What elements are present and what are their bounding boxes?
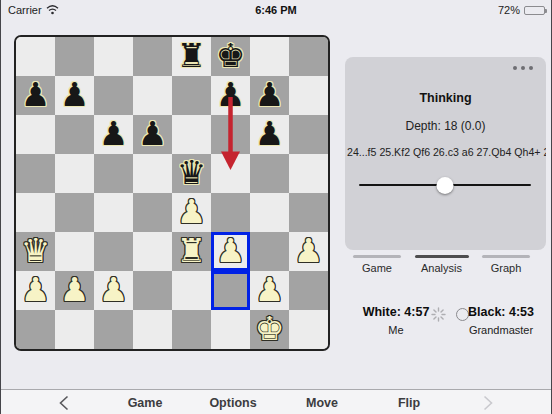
piece-black-rook: ♜	[177, 39, 207, 72]
square-d3[interactable]	[133, 232, 172, 271]
square-d7[interactable]	[133, 76, 172, 115]
square-b1[interactable]	[55, 310, 94, 349]
square-d8[interactable]	[133, 37, 172, 76]
panel-tabs: Game Analysis Graph	[353, 255, 530, 274]
piece-white-pawn: ♟	[21, 273, 51, 306]
piece-black-queen: ♛	[177, 156, 207, 189]
square-c3[interactable]	[94, 232, 133, 271]
tab-graph-indicator	[482, 255, 530, 258]
engine-status-title: Thinking	[345, 91, 546, 105]
toolbar-options-button[interactable]: Options	[209, 390, 256, 414]
back-button[interactable]	[57, 393, 71, 412]
chess-board-frame: ♜♚♟♟♟♟♟♟♟♛♟♛♜♟♟♟♟♟♟♚	[14, 35, 330, 351]
battery-icon	[524, 6, 545, 15]
square-e4[interactable]: ♟	[172, 193, 211, 232]
square-h5[interactable]	[289, 154, 328, 193]
piece-white-pawn: ♟	[216, 234, 246, 267]
piece-black-king: ♚	[216, 39, 246, 72]
square-d1[interactable]	[133, 310, 172, 349]
piece-black-pawn: ♟	[255, 78, 285, 111]
square-a6[interactable]	[16, 115, 55, 154]
square-d2[interactable]	[133, 271, 172, 310]
square-f6[interactable]	[211, 115, 250, 154]
slider-thumb[interactable]	[437, 177, 454, 194]
wifi-icon	[46, 5, 59, 15]
square-a1[interactable]	[16, 310, 55, 349]
square-h4[interactable]	[289, 193, 328, 232]
square-b3[interactable]	[55, 232, 94, 271]
piece-white-pawn: ♟	[294, 234, 324, 267]
square-a2[interactable]: ♟	[16, 271, 55, 310]
square-g1[interactable]: ♚	[250, 310, 289, 349]
carrier-label: Carrier	[8, 4, 42, 16]
square-g7[interactable]: ♟	[250, 76, 289, 115]
square-h1[interactable]	[289, 310, 328, 349]
forward-button[interactable]	[481, 393, 495, 412]
square-h2[interactable]	[289, 271, 328, 310]
tab-game[interactable]: Game	[353, 255, 401, 274]
clocks-row: White: 4:57 Me Black: 4:53 Grandmaster	[345, 305, 546, 345]
tab-graph-label: Graph	[491, 262, 522, 274]
analysis-slider[interactable]	[359, 169, 531, 201]
square-b4[interactable]	[55, 193, 94, 232]
square-e5[interactable]: ♛	[172, 154, 211, 193]
square-b5[interactable]	[55, 154, 94, 193]
square-h3[interactable]: ♟	[289, 232, 328, 271]
piece-white-pawn: ♟	[255, 273, 285, 306]
square-e1[interactable]	[172, 310, 211, 349]
piece-black-pawn: ♟	[138, 117, 168, 150]
toolbar-game-button[interactable]: Game	[128, 390, 163, 414]
toolbar-move-button[interactable]: Move	[306, 390, 338, 414]
square-f7[interactable]: ♟	[211, 76, 250, 115]
square-d5[interactable]	[133, 154, 172, 193]
square-f4[interactable]	[211, 193, 250, 232]
tab-analysis-indicator	[415, 255, 469, 258]
piece-white-rook: ♜	[177, 234, 207, 267]
square-d4[interactable]	[133, 193, 172, 232]
square-c2[interactable]: ♟	[94, 271, 133, 310]
square-c1[interactable]	[94, 310, 133, 349]
square-c4[interactable]	[94, 193, 133, 232]
square-c8[interactable]	[94, 37, 133, 76]
piece-white-pawn: ♟	[99, 273, 129, 306]
tab-game-indicator	[353, 255, 401, 258]
piece-white-pawn: ♟	[60, 273, 90, 306]
piece-white-queen: ♛	[21, 234, 51, 267]
piece-black-pawn: ♟	[216, 78, 246, 111]
square-e2[interactable]	[172, 271, 211, 310]
tab-analysis[interactable]: Analysis	[415, 255, 469, 274]
square-b7[interactable]: ♟	[55, 76, 94, 115]
black-clock-block: Black: 4:53 Grandmaster	[451, 305, 551, 336]
tab-analysis-label: Analysis	[421, 262, 462, 274]
piece-black-pawn: ♟	[99, 117, 129, 150]
square-a3[interactable]: ♛	[16, 232, 55, 271]
square-g2[interactable]: ♟	[250, 271, 289, 310]
chevron-right-icon	[483, 395, 493, 411]
square-g4[interactable]	[250, 193, 289, 232]
square-e8[interactable]: ♜	[172, 37, 211, 76]
engine-depth-label: Depth: 18 (0.0)	[345, 119, 546, 133]
square-e3[interactable]: ♜	[172, 232, 211, 271]
tab-game-label: Game	[362, 262, 392, 274]
analysis-panel: Thinking Depth: 18 (0.0) 24...f5 25.Kf2 …	[345, 57, 546, 250]
square-f8[interactable]: ♚	[211, 37, 250, 76]
square-d6[interactable]: ♟	[133, 115, 172, 154]
square-a4[interactable]	[16, 193, 55, 232]
square-h6[interactable]	[289, 115, 328, 154]
piece-black-pawn: ♟	[21, 78, 51, 111]
thinking-spinner-icon	[431, 307, 446, 322]
battery-percent-label: 72%	[498, 4, 520, 16]
bottom-toolbar: Game Options Move Flip	[0, 389, 552, 414]
square-a8[interactable]	[16, 37, 55, 76]
square-f2[interactable]	[211, 271, 250, 310]
piece-black-pawn: ♟	[60, 78, 90, 111]
square-f5[interactable]	[211, 154, 250, 193]
piece-white-pawn: ♟	[177, 195, 207, 228]
screen-edge-left	[0, 0, 1, 414]
black-clock: Black: 4:53	[451, 305, 551, 319]
white-player-name: Me	[345, 324, 447, 336]
square-g6[interactable]: ♟	[250, 115, 289, 154]
square-f3[interactable]: ♟	[211, 232, 250, 271]
square-e6[interactable]	[172, 115, 211, 154]
square-g3[interactable]	[250, 232, 289, 271]
piece-black-pawn: ♟	[255, 117, 285, 150]
square-b8[interactable]	[55, 37, 94, 76]
square-g5[interactable]	[250, 154, 289, 193]
square-b6[interactable]	[55, 115, 94, 154]
square-g8[interactable]	[250, 37, 289, 76]
square-h7[interactable]	[289, 76, 328, 115]
square-c7[interactable]	[94, 76, 133, 115]
square-c5[interactable]	[94, 154, 133, 193]
square-f1[interactable]	[211, 310, 250, 349]
panel-menu-dots-icon[interactable]	[513, 66, 533, 70]
black-player-name: Grandmaster	[451, 324, 551, 336]
square-h8[interactable]	[289, 37, 328, 76]
tab-graph[interactable]: Graph	[482, 255, 530, 274]
square-b2[interactable]: ♟	[55, 271, 94, 310]
square-e7[interactable]	[172, 76, 211, 115]
piece-white-king: ♚	[255, 312, 285, 345]
status-bar: Carrier 6:46 PM 72%	[0, 0, 552, 20]
clock-time-status: 6:46 PM	[255, 0, 297, 20]
engine-line-text: 24...f5 25.Kf2 Qf6 26.c3 a6 27.Qb4 Qh4+ …	[345, 146, 546, 158]
chess-board: ♜♚♟♟♟♟♟♟♟♛♟♛♜♟♟♟♟♟♟♚	[16, 37, 328, 349]
square-a5[interactable]	[16, 154, 55, 193]
square-c6[interactable]: ♟	[94, 115, 133, 154]
square-a7[interactable]: ♟	[16, 76, 55, 115]
toolbar-flip-button[interactable]: Flip	[398, 390, 420, 414]
chevron-left-icon	[59, 395, 69, 411]
